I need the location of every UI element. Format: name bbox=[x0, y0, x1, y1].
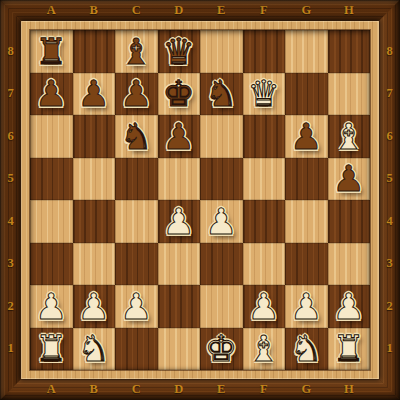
square-e2[interactable] bbox=[200, 285, 243, 328]
square-d7[interactable]: ♚ bbox=[158, 73, 201, 116]
square-a1[interactable]: ♜ bbox=[30, 328, 73, 371]
file-label: A bbox=[30, 379, 73, 400]
square-f7[interactable]: ♛ bbox=[243, 73, 286, 116]
square-h2[interactable]: ♟ bbox=[328, 285, 371, 328]
piece-white-rook[interactable]: ♜ bbox=[333, 330, 365, 367]
piece-white-pawn[interactable]: ♟ bbox=[205, 203, 237, 240]
board-frame-right bbox=[379, 0, 400, 400]
square-f8[interactable] bbox=[243, 30, 286, 73]
square-b8[interactable] bbox=[73, 30, 116, 73]
piece-white-queen[interactable]: ♛ bbox=[248, 75, 280, 112]
rank-labels-right: 87654321 bbox=[379, 30, 400, 370]
square-b5[interactable] bbox=[73, 158, 116, 201]
piece-black-pawn[interactable]: ♟ bbox=[78, 75, 110, 112]
square-g1[interactable]: ♞ bbox=[285, 328, 328, 371]
square-c2[interactable]: ♟ bbox=[115, 285, 158, 328]
file-label: E bbox=[200, 379, 243, 400]
rank-label: 6 bbox=[0, 115, 21, 158]
file-label: H bbox=[328, 0, 371, 21]
square-d6[interactable]: ♟ bbox=[158, 115, 201, 158]
piece-white-knight[interactable]: ♞ bbox=[290, 330, 322, 367]
square-b7[interactable]: ♟ bbox=[73, 73, 116, 116]
square-b1[interactable]: ♞ bbox=[73, 328, 116, 371]
file-label: D bbox=[158, 0, 201, 21]
square-h8[interactable] bbox=[328, 30, 371, 73]
file-label: F bbox=[243, 0, 286, 21]
rank-labels-left: 87654321 bbox=[0, 30, 21, 370]
piece-white-knight[interactable]: ♞ bbox=[78, 330, 110, 367]
square-e8[interactable] bbox=[200, 30, 243, 73]
square-b3[interactable] bbox=[73, 243, 116, 286]
square-c6[interactable]: ♞ bbox=[115, 115, 158, 158]
square-e1[interactable]: ♚ bbox=[200, 328, 243, 371]
file-label: B bbox=[73, 379, 116, 400]
square-h6[interactable]: ♝ bbox=[328, 115, 371, 158]
square-a3[interactable] bbox=[30, 243, 73, 286]
square-d1[interactable] bbox=[158, 328, 201, 371]
piece-black-pawn[interactable]: ♟ bbox=[333, 160, 365, 197]
square-c1[interactable] bbox=[115, 328, 158, 371]
board-frame-bottom bbox=[0, 379, 400, 400]
square-b4[interactable] bbox=[73, 200, 116, 243]
square-d2[interactable] bbox=[158, 285, 201, 328]
piece-black-pawn[interactable]: ♟ bbox=[35, 75, 67, 112]
square-h4[interactable] bbox=[328, 200, 371, 243]
square-a7[interactable]: ♟ bbox=[30, 73, 73, 116]
file-label: C bbox=[115, 0, 158, 21]
file-label: D bbox=[158, 379, 201, 400]
piece-white-bishop[interactable]: ♝ bbox=[333, 118, 365, 155]
square-g2[interactable]: ♟ bbox=[285, 285, 328, 328]
piece-black-pawn[interactable]: ♟ bbox=[163, 118, 195, 155]
square-e3[interactable] bbox=[200, 243, 243, 286]
piece-white-pawn[interactable]: ♟ bbox=[290, 288, 322, 325]
rank-label: 1 bbox=[0, 328, 21, 371]
square-h1[interactable]: ♜ bbox=[328, 328, 371, 371]
square-c5[interactable] bbox=[115, 158, 158, 201]
rank-label: 8 bbox=[379, 30, 400, 73]
square-h3[interactable] bbox=[328, 243, 371, 286]
rank-label: 3 bbox=[0, 243, 21, 286]
board-frame-left bbox=[0, 0, 21, 400]
piece-black-rook[interactable]: ♜ bbox=[35, 33, 67, 70]
square-f2[interactable]: ♟ bbox=[243, 285, 286, 328]
square-a8[interactable]: ♜ bbox=[30, 30, 73, 73]
piece-white-pawn[interactable]: ♟ bbox=[78, 288, 110, 325]
chess-board-window: ♜♝♛♟♟♟♚♞♛♞♟♟♝♟♟♟♟♟♟♟♟♟♜♞♚♝♞♜ ABCDEFGH AB… bbox=[0, 0, 400, 400]
piece-black-knight[interactable]: ♞ bbox=[120, 118, 152, 155]
piece-black-queen[interactable]: ♛ bbox=[163, 33, 195, 70]
piece-white-bishop[interactable]: ♝ bbox=[248, 330, 280, 367]
file-label: F bbox=[243, 379, 286, 400]
square-b2[interactable]: ♟ bbox=[73, 285, 116, 328]
piece-white-pawn[interactable]: ♟ bbox=[163, 203, 195, 240]
square-g8[interactable] bbox=[285, 30, 328, 73]
square-c4[interactable] bbox=[115, 200, 158, 243]
file-label: G bbox=[285, 0, 328, 21]
file-label: G bbox=[285, 379, 328, 400]
square-f1[interactable]: ♝ bbox=[243, 328, 286, 371]
rank-label: 4 bbox=[379, 200, 400, 243]
rank-label: 4 bbox=[0, 200, 21, 243]
square-e6[interactable] bbox=[200, 115, 243, 158]
piece-white-pawn[interactable]: ♟ bbox=[248, 288, 280, 325]
square-c3[interactable] bbox=[115, 243, 158, 286]
square-e5[interactable] bbox=[200, 158, 243, 201]
rank-label: 7 bbox=[0, 73, 21, 116]
square-e4[interactable]: ♟ bbox=[200, 200, 243, 243]
square-d4[interactable]: ♟ bbox=[158, 200, 201, 243]
square-f3[interactable] bbox=[243, 243, 286, 286]
file-labels-bottom: ABCDEFGH bbox=[30, 379, 370, 400]
square-d3[interactable] bbox=[158, 243, 201, 286]
board-frame-top bbox=[0, 0, 400, 21]
rank-label: 8 bbox=[0, 30, 21, 73]
square-f6[interactable] bbox=[243, 115, 286, 158]
rank-label: 5 bbox=[0, 158, 21, 201]
piece-black-king[interactable]: ♚ bbox=[163, 75, 195, 112]
piece-white-king[interactable]: ♚ bbox=[205, 330, 237, 367]
rank-label: 5 bbox=[379, 158, 400, 201]
piece-black-bishop[interactable]: ♝ bbox=[120, 33, 152, 70]
square-c8[interactable]: ♝ bbox=[115, 30, 158, 73]
rank-label: 2 bbox=[379, 285, 400, 328]
square-a5[interactable] bbox=[30, 158, 73, 201]
square-d8[interactable]: ♛ bbox=[158, 30, 201, 73]
rank-label: 1 bbox=[379, 328, 400, 371]
rank-label: 2 bbox=[0, 285, 21, 328]
square-g6[interactable]: ♟ bbox=[285, 115, 328, 158]
file-label: C bbox=[115, 379, 158, 400]
file-label: H bbox=[328, 379, 371, 400]
file-labels-top: ABCDEFGH bbox=[30, 0, 370, 21]
square-a2[interactable]: ♟ bbox=[30, 285, 73, 328]
square-e7[interactable]: ♞ bbox=[200, 73, 243, 116]
piece-black-pawn[interactable]: ♟ bbox=[120, 75, 152, 112]
piece-white-pawn[interactable]: ♟ bbox=[35, 288, 67, 325]
square-c7[interactable]: ♟ bbox=[115, 73, 158, 116]
square-g7[interactable] bbox=[285, 73, 328, 116]
square-a6[interactable] bbox=[30, 115, 73, 158]
file-label: A bbox=[30, 0, 73, 21]
square-a4[interactable] bbox=[30, 200, 73, 243]
rank-label: 6 bbox=[379, 115, 400, 158]
piece-black-pawn[interactable]: ♟ bbox=[290, 118, 322, 155]
square-g5[interactable] bbox=[285, 158, 328, 201]
piece-white-rook[interactable]: ♜ bbox=[35, 330, 67, 367]
file-label: E bbox=[200, 0, 243, 21]
piece-white-pawn[interactable]: ♟ bbox=[333, 288, 365, 325]
square-h5[interactable]: ♟ bbox=[328, 158, 371, 201]
rank-label: 7 bbox=[379, 73, 400, 116]
square-g3[interactable] bbox=[285, 243, 328, 286]
square-f5[interactable] bbox=[243, 158, 286, 201]
square-d5[interactable] bbox=[158, 158, 201, 201]
rank-label: 3 bbox=[379, 243, 400, 286]
square-f4[interactable] bbox=[243, 200, 286, 243]
square-g4[interactable] bbox=[285, 200, 328, 243]
square-h7[interactable] bbox=[328, 73, 371, 116]
piece-black-knight[interactable]: ♞ bbox=[205, 75, 237, 112]
square-b6[interactable] bbox=[73, 115, 116, 158]
chess-board[interactable]: ♜♝♛♟♟♟♚♞♛♞♟♟♝♟♟♟♟♟♟♟♟♟♜♞♚♝♞♜ bbox=[30, 30, 370, 370]
file-label: B bbox=[73, 0, 116, 21]
piece-white-pawn[interactable]: ♟ bbox=[120, 288, 152, 325]
